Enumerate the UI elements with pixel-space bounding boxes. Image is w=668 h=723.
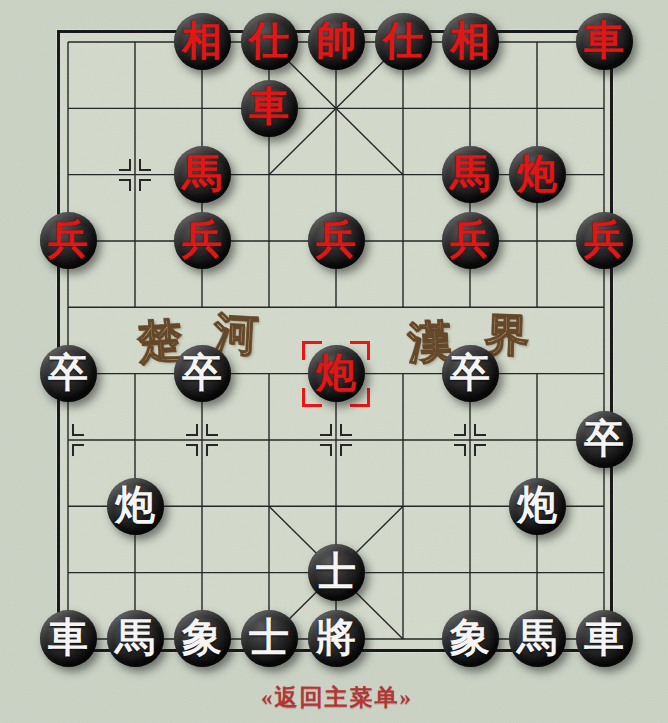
piece-red-soldier[interactable]: 兵 [308,212,365,269]
piece-character: 車 [48,618,88,658]
piece-character: 炮 [517,485,557,525]
piece-red-soldier[interactable]: 兵 [174,212,231,269]
piece-character: 馬 [115,618,155,658]
piece-black-elephant[interactable]: 象 [174,610,231,667]
piece-black-soldier[interactable]: 卒 [442,345,499,402]
piece-black-cannon[interactable]: 炮 [107,478,164,535]
piece-character: 炮 [316,353,356,393]
piece-red-cannon[interactable]: 炮 [308,345,365,402]
piece-character: 卒 [450,353,490,393]
piece-black-soldier[interactable]: 卒 [174,345,231,402]
piece-character: 馬 [517,618,557,658]
piece-black-elephant[interactable]: 象 [442,610,499,667]
piece-character: 兵 [450,220,490,260]
piece-red-advisor[interactable]: 仕 [241,13,298,70]
piece-character: 炮 [115,485,155,525]
piece-red-king[interactable]: 帥 [308,13,365,70]
piece-character: 象 [450,618,490,658]
piece-black-horse[interactable]: 馬 [107,610,164,667]
piece-red-soldier[interactable]: 兵 [40,212,97,269]
piece-black-advisor[interactable]: 士 [308,544,365,601]
piece-red-soldier[interactable]: 兵 [576,212,633,269]
piece-red-cannon[interactable]: 炮 [509,146,566,203]
piece-black-rook[interactable]: 車 [40,610,97,667]
piece-black-cannon[interactable]: 炮 [509,478,566,535]
piece-character: 卒 [182,353,222,393]
piece-character: 炮 [517,154,557,194]
piece-character: 士 [316,552,356,592]
piece-character: 馬 [182,154,222,194]
point-marker [320,424,352,456]
piece-character: 車 [584,618,624,658]
piece-black-rook[interactable]: 車 [576,610,633,667]
piece-character: 車 [249,87,289,127]
point-marker [52,424,84,456]
piece-character: 士 [249,618,289,658]
piece-black-king[interactable]: 將 [308,610,365,667]
piece-red-soldier[interactable]: 兵 [442,212,499,269]
piece-red-horse[interactable]: 馬 [442,146,499,203]
piece-red-horse[interactable]: 馬 [174,146,231,203]
piece-character: 卒 [48,353,88,393]
piece-black-advisor[interactable]: 士 [241,610,298,667]
xiangqi-app: 楚 河 漢 界 相仕帥仕相車車馬馬炮兵兵兵兵兵炮卒卒卒卒炮炮士車馬象士將象馬車 … [0,0,668,723]
piece-character: 兵 [316,220,356,260]
piece-character: 車 [584,21,624,61]
piece-red-elephant[interactable]: 相 [442,13,499,70]
piece-character: 仕 [383,21,423,61]
piece-character: 兵 [48,220,88,260]
point-marker [186,424,218,456]
piece-character: 卒 [584,419,624,459]
piece-character: 象 [182,618,222,658]
piece-character: 將 [316,618,356,658]
piece-character: 相 [450,21,490,61]
point-marker [119,159,151,191]
piece-red-rook[interactable]: 車 [241,80,298,137]
piece-character: 馬 [450,154,490,194]
piece-black-soldier[interactable]: 卒 [576,411,633,468]
piece-black-soldier[interactable]: 卒 [40,345,97,402]
piece-character: 兵 [182,220,222,260]
piece-red-elephant[interactable]: 相 [174,13,231,70]
piece-character: 相 [182,21,222,61]
piece-character: 帥 [316,21,356,61]
piece-red-advisor[interactable]: 仕 [375,13,432,70]
piece-red-rook[interactable]: 車 [576,13,633,70]
piece-character: 仕 [249,21,289,61]
point-marker [454,424,486,456]
piece-black-horse[interactable]: 馬 [509,610,566,667]
piece-layer: 相仕帥仕相車車馬馬炮兵兵兵兵兵炮卒卒卒卒炮炮士車馬象士將象馬車 [35,9,638,672]
piece-character: 兵 [584,220,624,260]
back-to-menu-link[interactable]: «返回主菜单» [261,682,413,713]
